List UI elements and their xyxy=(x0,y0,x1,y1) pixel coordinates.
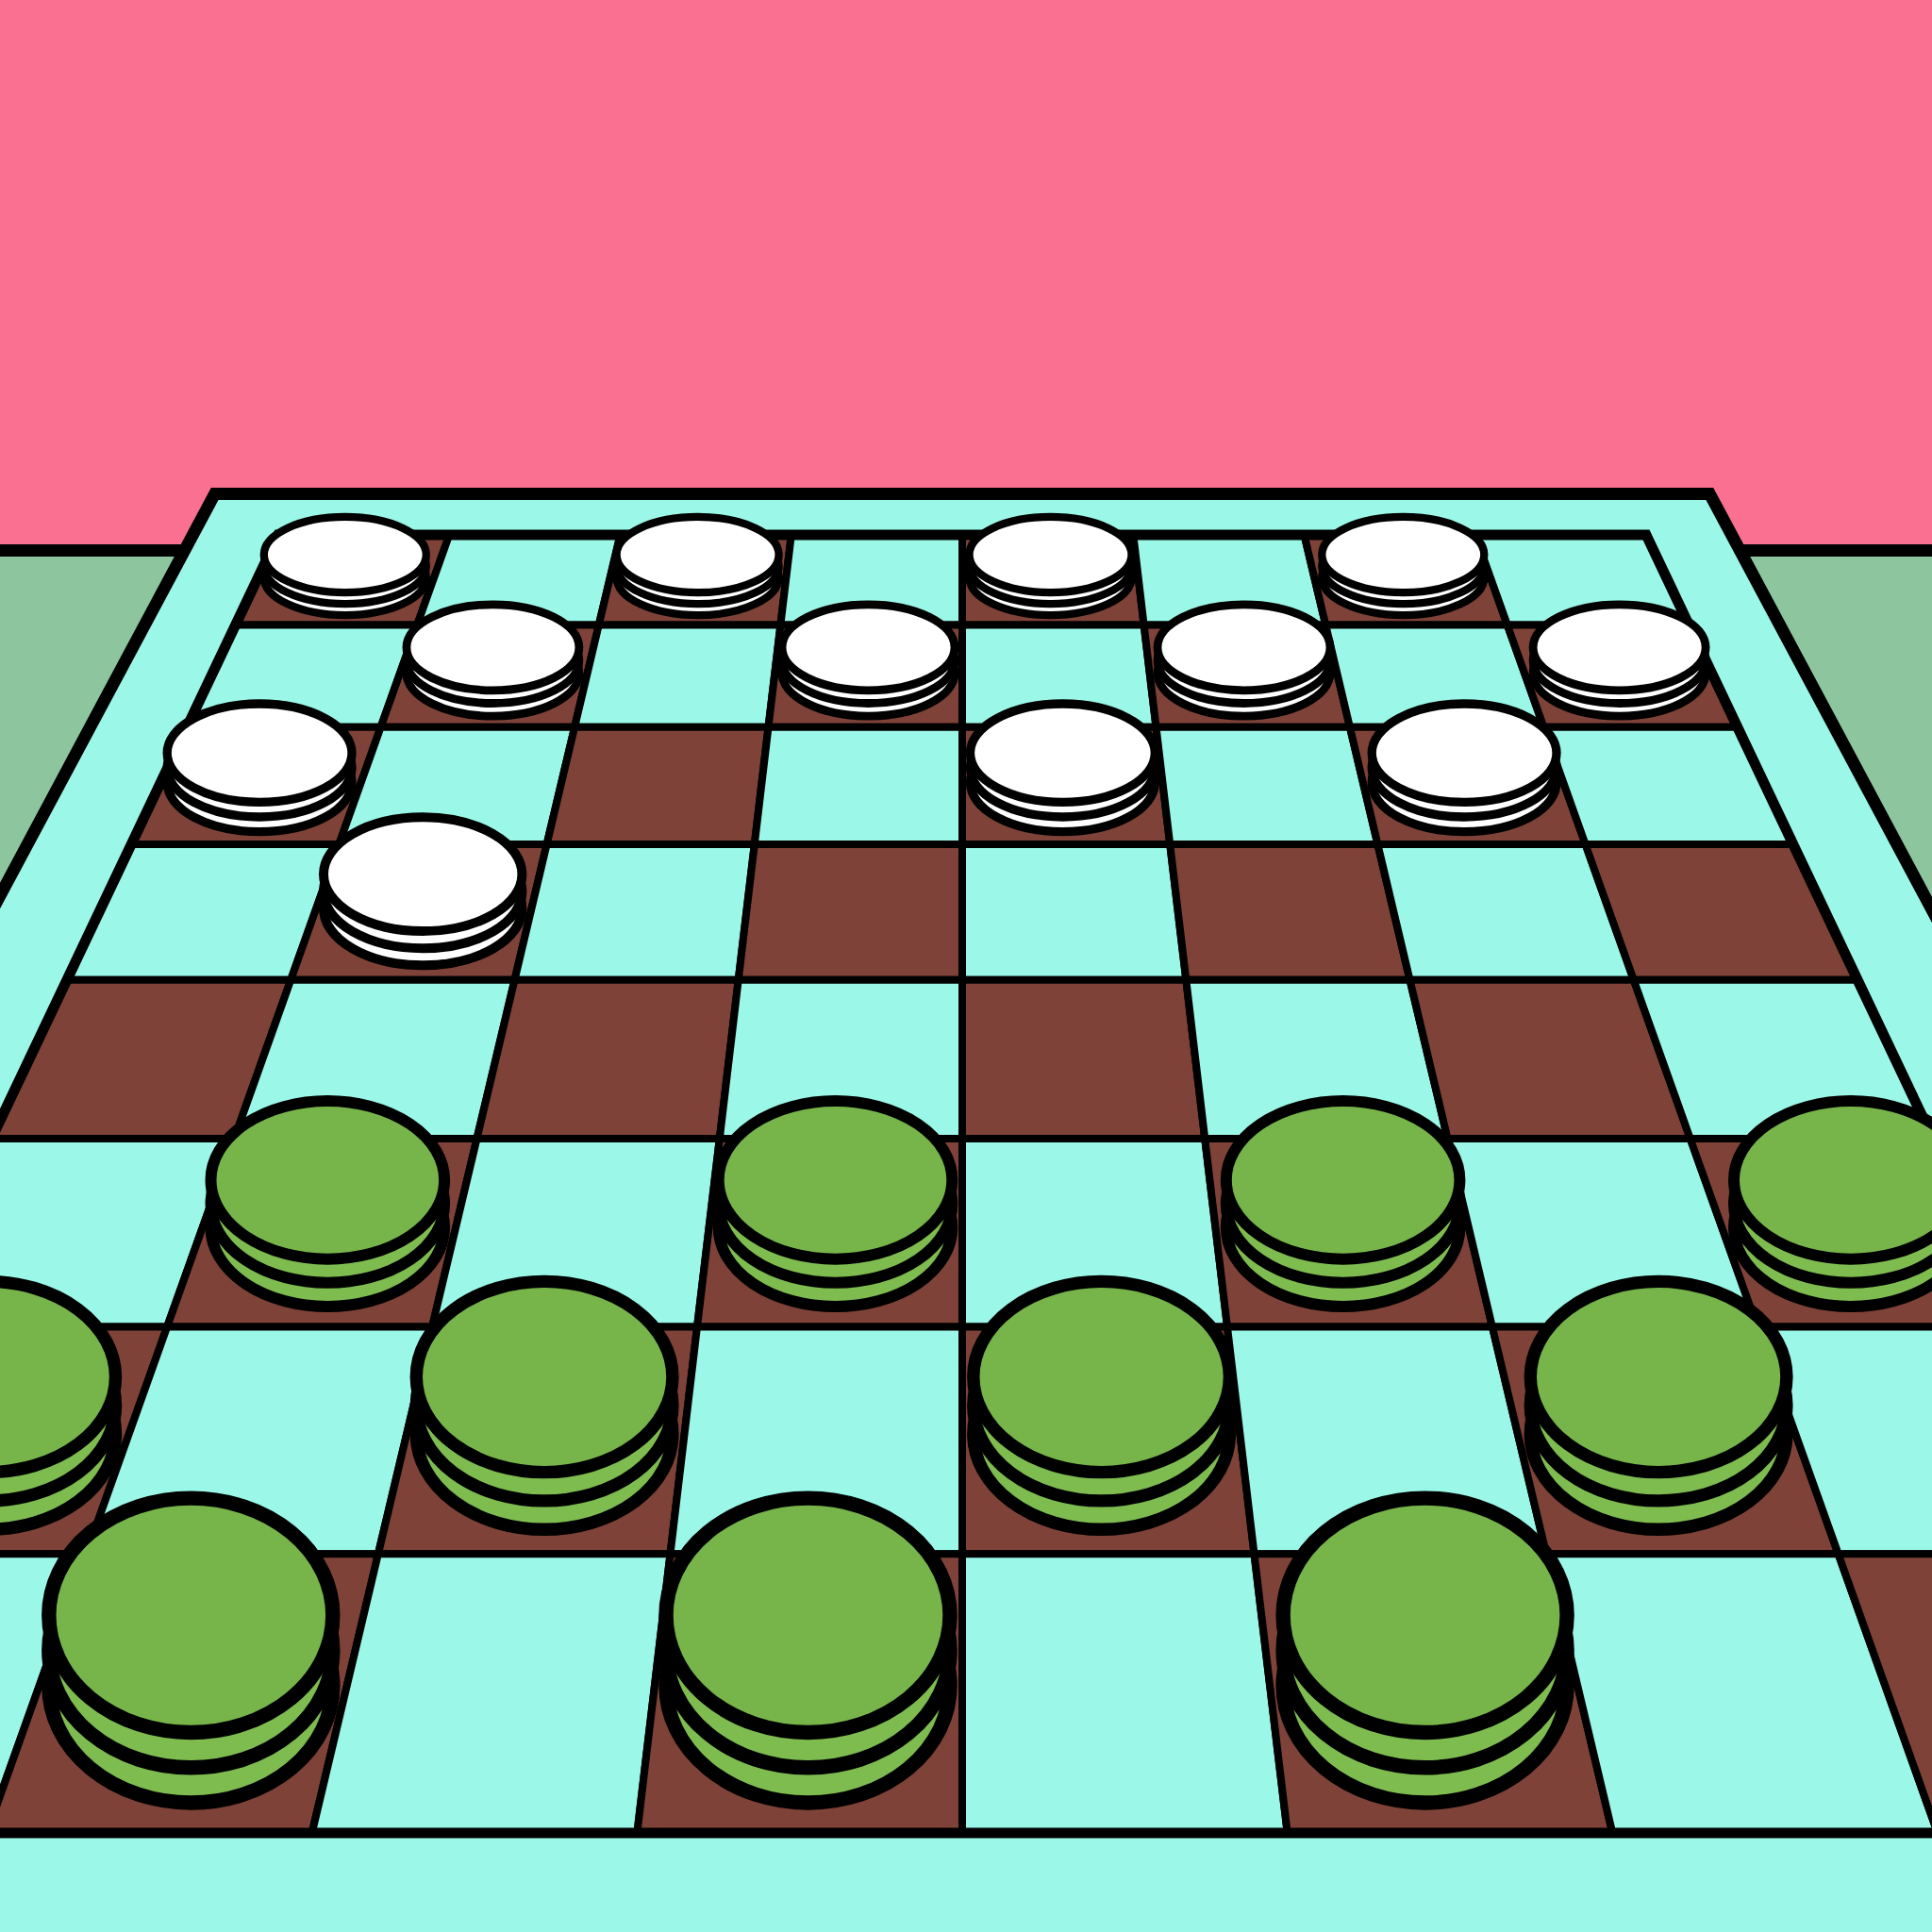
piece-green-r6c8[interactable] xyxy=(1734,1101,1932,1307)
square-r8c5[interactable] xyxy=(962,1554,1288,1833)
piece-white-r1c1[interactable] xyxy=(264,517,426,615)
piece-white-r2c6[interactable] xyxy=(1158,605,1330,716)
square-r3c3[interactable] xyxy=(547,727,769,844)
piece-green-r8c4[interactable] xyxy=(666,1498,950,1803)
piece-green-r6c4[interactable] xyxy=(719,1101,953,1307)
checkers-board-scene xyxy=(0,0,1932,1932)
piece-green-r8c6[interactable] xyxy=(1283,1498,1567,1803)
piece-white-r3c7[interactable] xyxy=(1372,704,1557,832)
sky xyxy=(0,0,1932,544)
piece-white-r2c2[interactable] xyxy=(407,605,579,716)
piece-white-r1c7[interactable] xyxy=(1322,517,1484,615)
square-r2c3[interactable] xyxy=(575,625,780,726)
piece-green-r6c2[interactable] xyxy=(210,1101,444,1307)
square-r4c3[interactable] xyxy=(515,844,755,980)
piece-white-r2c4[interactable] xyxy=(782,605,955,716)
piece-green-r6c6[interactable] xyxy=(1226,1101,1460,1307)
square-r3c6[interactable] xyxy=(1157,727,1378,844)
piece-white-r2c8[interactable] xyxy=(1533,605,1706,716)
piece-green-r7c7[interactable] xyxy=(1530,1281,1787,1529)
square-r3c4[interactable] xyxy=(755,727,962,844)
piece-white-r1c5[interactable] xyxy=(970,517,1132,615)
square-r5c3[interactable] xyxy=(477,980,739,1139)
piece-white-r4c2[interactable] xyxy=(324,817,522,965)
piece-green-r8c2[interactable] xyxy=(49,1498,333,1803)
square-r4c4[interactable] xyxy=(739,844,962,980)
piece-white-r3c5[interactable] xyxy=(971,704,1156,832)
square-r8c3[interactable] xyxy=(312,1554,671,1833)
square-r4c5[interactable] xyxy=(962,844,1186,980)
piece-white-r1c3[interactable] xyxy=(617,517,779,615)
piece-white-r3c1[interactable] xyxy=(167,704,352,832)
square-r4c6[interactable] xyxy=(1170,844,1409,980)
scene xyxy=(0,0,1932,1932)
square-r5c5[interactable] xyxy=(962,980,1205,1139)
piece-green-r7c5[interactable] xyxy=(974,1281,1230,1529)
piece-green-r7c3[interactable] xyxy=(416,1281,673,1529)
